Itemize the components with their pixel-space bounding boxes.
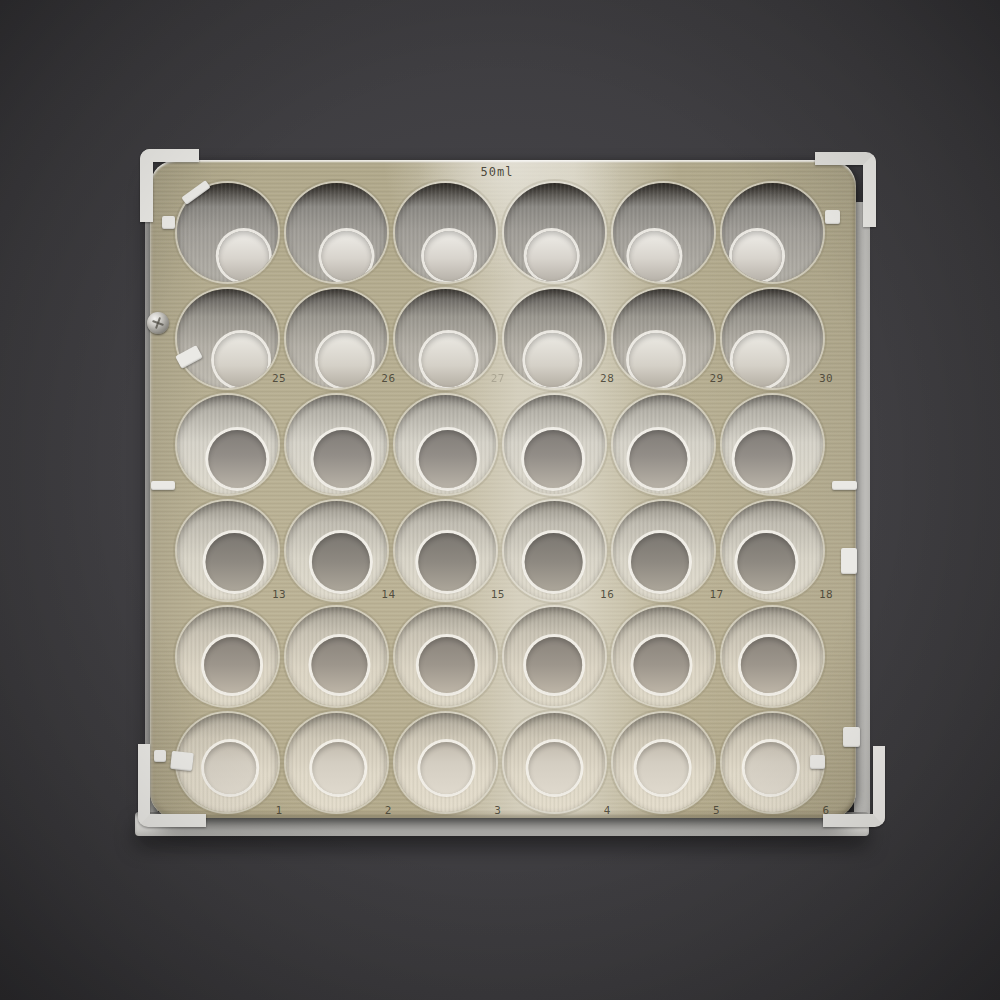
well-24 (718, 391, 827, 497)
well-23 (609, 391, 718, 497)
well-hole (613, 395, 714, 494)
well-hole (504, 289, 605, 388)
well-30 (718, 285, 827, 391)
well-inner-hole (205, 533, 263, 591)
well-hole (613, 607, 714, 706)
well-4 (500, 709, 609, 815)
tube-rack: 50ml 252627282930131415161718123456 (135, 146, 880, 840)
well-12 (718, 603, 827, 709)
well-hole (504, 713, 605, 812)
wells-grid (173, 179, 827, 815)
well-inner-hole (321, 231, 371, 281)
well-inner-hole (633, 637, 689, 693)
well-inner-hole (311, 637, 367, 693)
well-hole (177, 501, 278, 600)
well-inner-hole (524, 430, 582, 488)
frame-tab-bottom-left (154, 750, 166, 762)
screw-left-edge (147, 312, 169, 334)
well-13 (173, 497, 282, 603)
well-21 (391, 391, 500, 497)
well-14 (282, 497, 391, 603)
well-hole (177, 289, 278, 388)
well-inner-hole (629, 430, 687, 488)
well-inner-hole (528, 742, 580, 794)
well-hole (395, 501, 496, 600)
well-8 (282, 603, 391, 709)
well-26 (282, 285, 391, 391)
well-inner-hole (740, 637, 796, 693)
frame-clip-right (841, 548, 857, 574)
well-inner-hole (526, 637, 582, 693)
well-inner-hole (421, 333, 475, 387)
well-inner-hole (214, 333, 268, 387)
well-inner-hole (311, 533, 369, 591)
well-11 (609, 603, 718, 709)
well-inner-hole (313, 430, 371, 488)
frame-tab-left-middle (151, 481, 175, 490)
well-inner-hole (636, 742, 688, 794)
well-hole (395, 607, 496, 706)
well-hole (286, 501, 387, 600)
frame-tab-top-right (825, 210, 840, 224)
well-inner-hole (744, 742, 796, 794)
well-19 (173, 391, 282, 497)
well-hole (722, 289, 823, 388)
capacity-label: 50ml (481, 165, 514, 179)
well-inner-hole (631, 533, 689, 591)
well-hole (395, 713, 496, 812)
well-28 (500, 285, 609, 391)
well-hole (504, 183, 605, 282)
well-inner-hole (737, 533, 795, 591)
well-inner-hole (734, 430, 792, 488)
well-hole (613, 501, 714, 600)
well-inner-hole (418, 533, 476, 591)
well-35 (609, 179, 718, 285)
well-inner-hole (418, 637, 474, 693)
well-hole (722, 395, 823, 494)
well-22 (500, 391, 609, 497)
well-inner-hole (732, 333, 786, 387)
frame-corner-bracket-top-left (140, 149, 199, 222)
frame-right-rail (854, 202, 870, 816)
well-hole (722, 501, 823, 600)
well-hole (286, 183, 387, 282)
well-15 (391, 497, 500, 603)
frame-tab-through-hole-1 (170, 751, 194, 771)
well-27 (391, 285, 500, 391)
well-10 (500, 603, 609, 709)
photo-scene: 50ml 252627282930131415161718123456 (0, 0, 1000, 1000)
well-inner-hole (312, 742, 364, 794)
well-inner-hole (629, 333, 683, 387)
well-hole (504, 607, 605, 706)
well-inner-hole (420, 742, 472, 794)
well-34 (500, 179, 609, 285)
frame-tab-top-left (162, 216, 175, 229)
well-hole (504, 501, 605, 600)
well-inner-hole (204, 637, 260, 693)
well-inner-hole (204, 742, 256, 794)
well-inner-hole (525, 333, 579, 387)
well-inner-hole (424, 231, 474, 281)
well-hole (286, 289, 387, 388)
frame-tab-bottom-right (810, 755, 825, 769)
frame-tab-right-middle (832, 481, 857, 490)
well-hole (504, 395, 605, 494)
well-29 (609, 285, 718, 391)
well-inner-hole (317, 333, 371, 387)
well-inner-hole (732, 231, 782, 281)
well-hole (395, 395, 496, 494)
aluminum-plate: 50ml 252627282930131415161718123456 (150, 160, 856, 818)
well-25 (173, 285, 282, 391)
well-33 (391, 179, 500, 285)
well-hole (177, 607, 278, 706)
well-inner-hole (208, 430, 266, 488)
well-20 (282, 391, 391, 497)
well-5 (609, 709, 718, 815)
well-hole (286, 607, 387, 706)
well-inner-hole (524, 533, 582, 591)
well-inner-hole (629, 231, 679, 281)
well-3 (391, 709, 500, 815)
well-17 (609, 497, 718, 603)
frame-clip-bottom-right (843, 727, 860, 747)
frame-corner-bracket-bottom-right (823, 746, 885, 827)
well-7 (173, 603, 282, 709)
well-hole (722, 607, 823, 706)
well-hole (177, 395, 278, 494)
well-hole (286, 713, 387, 812)
well-18 (718, 497, 827, 603)
well-hole (613, 289, 714, 388)
well-inner-hole (418, 430, 476, 488)
well-hole (722, 713, 823, 812)
well-inner-hole (526, 231, 576, 281)
well-2 (282, 709, 391, 815)
well-hole (613, 183, 714, 282)
well-hole (286, 395, 387, 494)
well-hole (722, 183, 823, 282)
well-hole (613, 713, 714, 812)
well-9 (391, 603, 500, 709)
well-32 (282, 179, 391, 285)
well-hole (395, 289, 496, 388)
well-16 (500, 497, 609, 603)
well-36 (718, 179, 827, 285)
well-inner-hole (218, 231, 268, 281)
well-hole (395, 183, 496, 282)
